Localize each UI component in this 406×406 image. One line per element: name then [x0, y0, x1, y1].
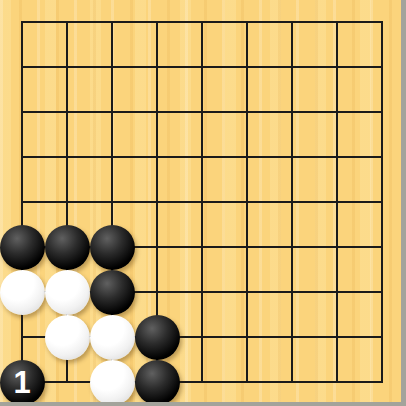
grid-line-vertical [201, 21, 203, 383]
go-board[interactable]: 1 [0, 0, 401, 402]
grid-line-horizontal [21, 381, 383, 383]
black-stone [45, 225, 90, 270]
black-stone [0, 225, 45, 270]
white-stone [0, 270, 45, 315]
white-stone [45, 270, 90, 315]
white-stone [90, 315, 135, 360]
white-stone [45, 315, 90, 360]
black-stone [90, 270, 135, 315]
black-stone [90, 225, 135, 270]
grid-line-vertical [291, 21, 293, 383]
grid-line-vertical [381, 21, 383, 383]
black-stone-move-number: 1 [0, 360, 45, 403]
black-stone [135, 360, 180, 403]
black-stone [135, 315, 180, 360]
grid-line-vertical [336, 21, 338, 383]
page-background: 1 [0, 0, 406, 406]
white-stone [90, 360, 135, 403]
grid-line-vertical [246, 21, 248, 383]
